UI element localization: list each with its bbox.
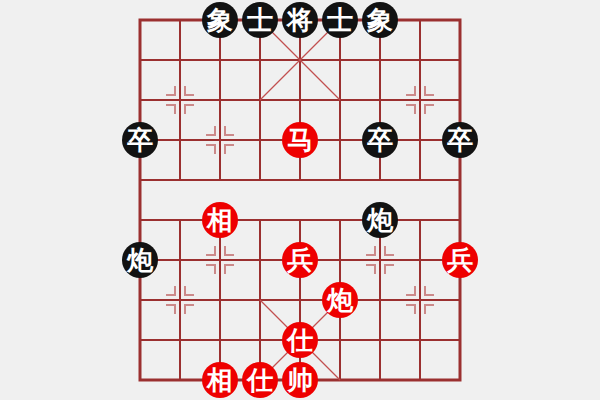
piece-black-soldier[interactable]: 卒 (442, 122, 478, 158)
piece-red-soldier[interactable]: 兵 (282, 242, 318, 278)
piece-black-soldier[interactable]: 卒 (122, 122, 158, 158)
piece-red-horse[interactable]: 马 (282, 122, 318, 158)
piece-black-elephant[interactable]: 象 (202, 2, 238, 38)
piece-red-advisor[interactable]: 仕 (282, 322, 318, 358)
piece-black-soldier[interactable]: 卒 (362, 122, 398, 158)
piece-black-elephant[interactable]: 象 (362, 2, 398, 38)
xiangqi-board: 象士将士象卒马卒卒相炮炮兵兵炮仕相仕帅 (120, 0, 480, 400)
piece-black-cannon[interactable]: 炮 (122, 242, 158, 278)
piece-black-advisor[interactable]: 士 (242, 2, 278, 38)
piece-red-soldier[interactable]: 兵 (442, 242, 478, 278)
piece-red-advisor[interactable]: 仕 (242, 362, 278, 398)
piece-red-general[interactable]: 帅 (282, 362, 318, 398)
piece-black-advisor[interactable]: 士 (322, 2, 358, 38)
xiangqi-app: 象士将士象卒马卒卒相炮炮兵兵炮仕相仕帅 (0, 0, 600, 400)
piece-red-cannon[interactable]: 炮 (322, 282, 358, 318)
piece-black-general[interactable]: 将 (282, 2, 318, 38)
piece-red-elephant[interactable]: 相 (202, 202, 238, 238)
piece-red-elephant[interactable]: 相 (202, 362, 238, 398)
piece-black-cannon[interactable]: 炮 (362, 202, 398, 238)
